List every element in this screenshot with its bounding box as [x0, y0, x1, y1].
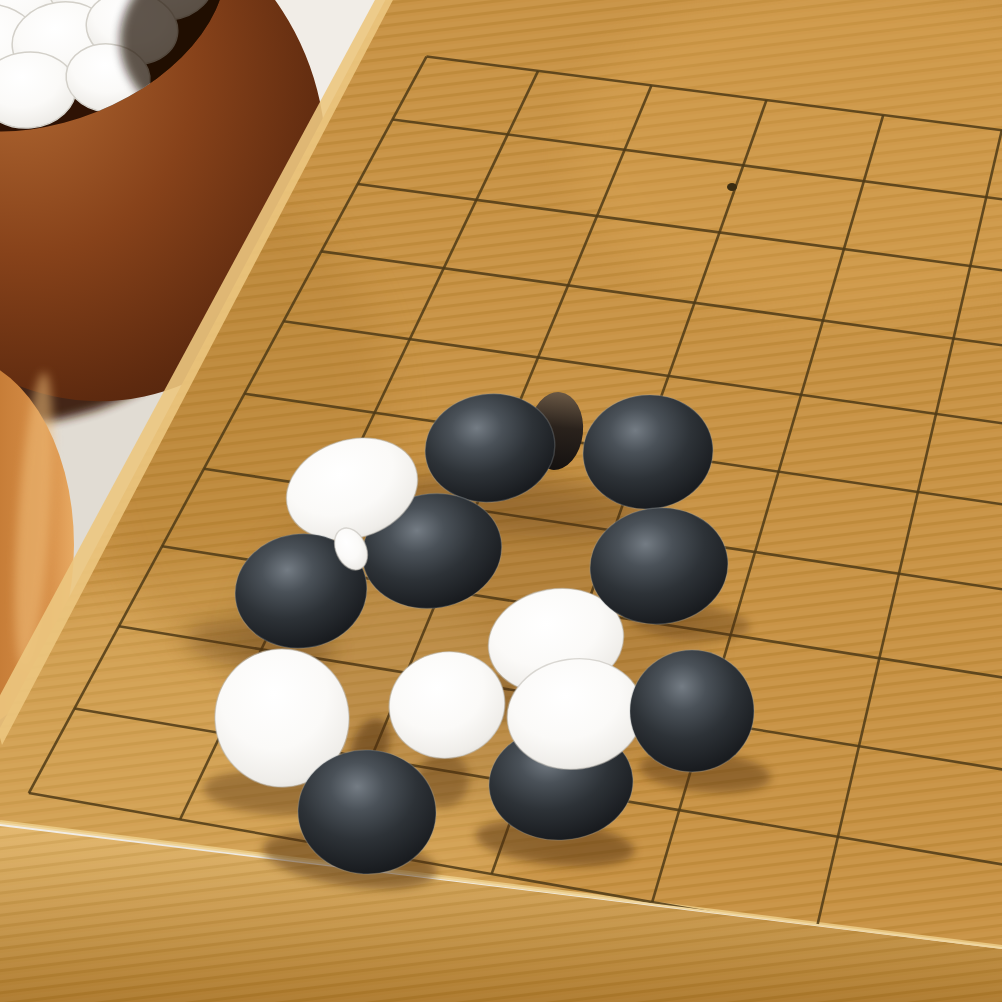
go-stone-black[interactable] [630, 650, 754, 772]
star-point [727, 183, 737, 191]
go-board-photo [0, 0, 1002, 1002]
